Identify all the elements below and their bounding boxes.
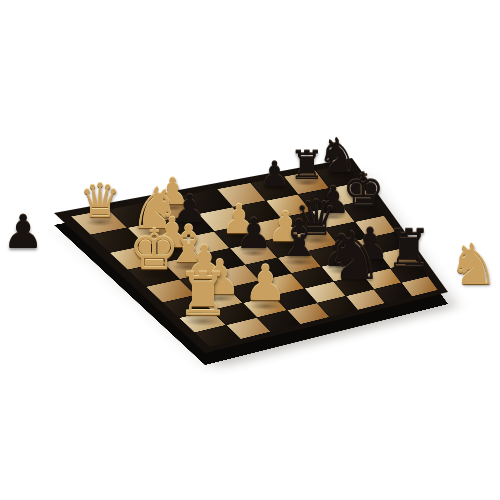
pieces-layer: ♞♜♟♟♚♟♛♟♞♟♛♟♟♟♝♟♝♟♜♚♟♞♟♟♜ xyxy=(0,0,500,500)
piece-white-queen-a8[interactable]: ♛ xyxy=(79,178,121,225)
piece-white-king-a5[interactable]: ♚ xyxy=(129,221,180,278)
white-knight-glyph: ♞ xyxy=(448,237,498,293)
piece-white-pawn-c2[interactable]: ♟ xyxy=(244,260,288,309)
piece-white-rook-a2[interactable]: ♜ xyxy=(176,265,229,325)
chess-set-photo-stage: ♞♜♟♟♚♟♛♟♞♟♛♟♟♟♝♟♝♟♜♚♟♞♟♟♜ ♟ ♞ xyxy=(0,0,500,500)
piece-black-knight-f2[interactable]: ♞ xyxy=(324,223,383,289)
piece-black-pawn-f8[interactable]: ♟ xyxy=(259,157,289,191)
black-pawn-glyph: ♟ xyxy=(2,209,43,255)
piece-black-rook-h2[interactable]: ♜ xyxy=(386,223,433,275)
